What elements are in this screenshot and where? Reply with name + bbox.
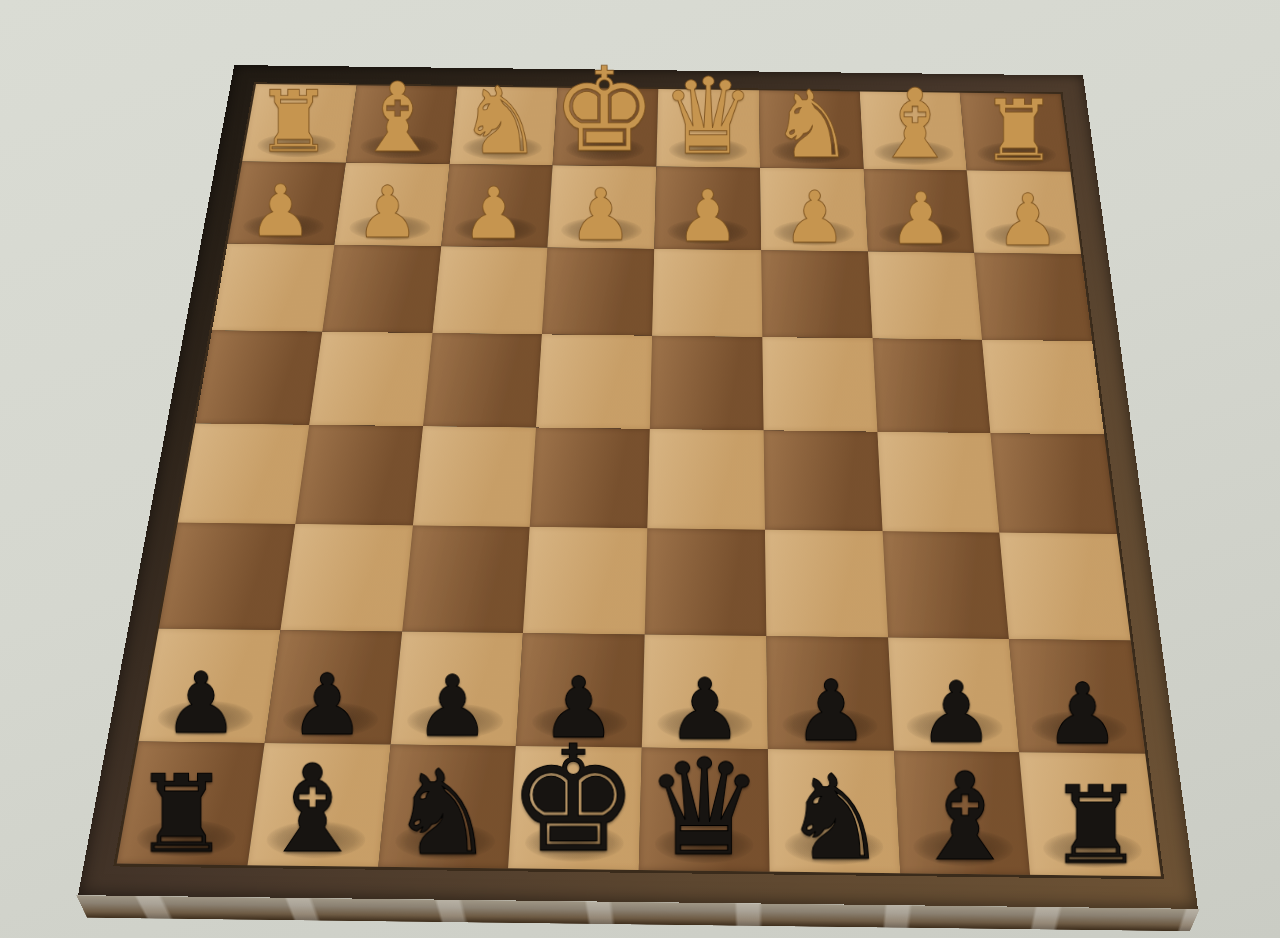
square-a7: ♟	[1009, 639, 1145, 754]
piece-white-pawn: ♟	[462, 178, 526, 249]
piece-black-queen: ♛	[644, 742, 763, 875]
square-d6	[645, 528, 766, 636]
square-f1: ♞	[449, 87, 557, 166]
piece-black-bishop: ♝	[911, 757, 1019, 878]
piece-black-rook: ♜	[1048, 772, 1144, 879]
piece-black-king: ♚	[508, 726, 640, 873]
square-c5	[763, 430, 882, 531]
piece-white-queen: ♛	[661, 64, 755, 169]
piece-black-pawn: ♟	[163, 662, 238, 746]
square-c6	[765, 529, 888, 637]
square-e4	[536, 335, 652, 429]
square-f3	[432, 246, 548, 335]
square-b4	[872, 339, 990, 433]
square-a4	[982, 340, 1104, 434]
square-d4	[650, 336, 764, 430]
square-b5	[877, 432, 1000, 533]
piece-white-pawn: ♟	[569, 179, 633, 250]
piece-black-pawn: ♟	[793, 670, 868, 754]
square-g5	[295, 425, 422, 525]
square-g3	[322, 245, 441, 334]
square-b7: ♟	[888, 637, 1020, 752]
piece-black-pawn: ♟	[919, 671, 994, 755]
square-h8: ♜	[117, 742, 265, 866]
square-c4	[762, 337, 877, 431]
frame-front-edge	[76, 895, 1200, 931]
square-b6	[882, 531, 1009, 639]
square-e3	[542, 247, 654, 336]
square-b2: ♟	[863, 169, 974, 253]
piece-white-pawn: ♟	[249, 175, 313, 246]
square-a2: ♟	[967, 170, 1081, 254]
square-h4	[195, 331, 322, 425]
square-a3	[974, 253, 1092, 342]
piece-white-king: ♚	[552, 52, 656, 168]
square-h2: ♟	[228, 161, 346, 244]
square-h7: ♟	[139, 628, 281, 743]
square-f7: ♟	[390, 631, 523, 746]
piece-black-pawn: ♟	[289, 663, 364, 747]
piece-white-pawn: ♟	[355, 177, 419, 248]
square-b1: ♝	[859, 91, 967, 170]
square-c8: ♞	[768, 749, 900, 873]
square-c2: ♟	[760, 168, 868, 251]
piece-white-rook: ♜	[981, 88, 1057, 173]
square-e6	[523, 527, 647, 635]
square-g7: ♟	[264, 630, 401, 745]
square-f8: ♞	[378, 745, 516, 869]
square-g8: ♝	[247, 743, 390, 867]
piece-black-knight: ♞	[782, 759, 887, 876]
square-g2: ♟	[334, 163, 449, 246]
square-c1: ♞	[759, 90, 864, 169]
piece-black-pawn: ♟	[1045, 673, 1120, 757]
piece-black-bishop: ♝	[258, 749, 366, 870]
square-a1: ♜	[960, 93, 1071, 172]
chessboard-frame: ♜♝♞♚♛♞♝♜♟♟♟♟♟♟♟♟♟♟♟♟♟♟♟♟♜♝♞♚♛♞♝♜	[78, 65, 1198, 909]
square-e1: ♚	[553, 88, 658, 167]
square-h5	[178, 423, 309, 523]
piece-white-knight: ♞	[459, 74, 542, 167]
piece-white-pawn: ♟	[996, 184, 1060, 255]
square-d1: ♛	[656, 89, 760, 168]
square-b8: ♝	[893, 751, 1030, 875]
square-d5	[647, 429, 764, 530]
square-c3	[761, 250, 872, 339]
square-e5	[530, 427, 650, 528]
piece-white-pawn: ♟	[782, 182, 846, 253]
square-e8: ♚	[508, 746, 642, 870]
piece-white-bishop: ♝	[872, 76, 958, 172]
square-a6	[1000, 532, 1131, 640]
square-a8: ♜	[1019, 752, 1161, 876]
piece-black-knight: ♞	[390, 754, 495, 871]
square-h3	[212, 243, 334, 331]
square-f6	[402, 525, 530, 632]
square-h6	[159, 522, 295, 629]
square-d3	[652, 249, 762, 338]
piece-black-rook: ♜	[133, 761, 229, 868]
square-e2: ♟	[548, 165, 657, 248]
piece-white-pawn: ♟	[676, 180, 740, 251]
square-g4	[309, 332, 432, 426]
square-a5	[991, 433, 1117, 534]
chessboard: ♜♝♞♚♛♞♝♜♟♟♟♟♟♟♟♟♟♟♟♟♟♟♟♟♜♝♞♚♛♞♝♜	[113, 82, 1164, 879]
square-f2: ♟	[441, 164, 553, 247]
piece-black-pawn: ♟	[415, 665, 490, 749]
square-h1: ♜	[242, 84, 356, 163]
square-f4	[423, 333, 542, 427]
square-f5	[413, 426, 537, 527]
piece-white-rook: ♜	[255, 79, 331, 164]
piece-white-pawn: ♟	[889, 183, 953, 254]
square-c7: ♟	[766, 636, 893, 751]
square-d2: ♟	[654, 166, 761, 249]
square-b3	[868, 251, 983, 340]
photo-scene: ♜♝♞♚♛♞♝♜♟♟♟♟♟♟♟♟♟♟♟♟♟♟♟♟♜♝♞♚♛♞♝♜	[0, 0, 1280, 938]
square-g6	[280, 524, 412, 631]
square-d8: ♛	[639, 748, 770, 872]
piece-white-knight: ♞	[770, 78, 853, 171]
square-g1: ♝	[346, 85, 457, 164]
piece-white-bishop: ♝	[354, 70, 440, 166]
